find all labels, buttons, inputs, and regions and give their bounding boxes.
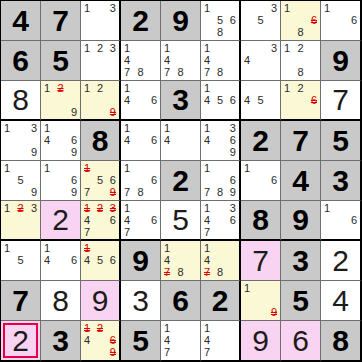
- candidate-9: [106, 27, 117, 39]
- candidate-grid: 14: [161, 121, 200, 160]
- candidate-7: 7: [203, 226, 214, 238]
- cell-r4c1[interactable]: 139: [1, 121, 41, 161]
- candidate-grid: 169: [41, 161, 80, 200]
- candidate-6: [26, 214, 38, 226]
- candidate-9: [226, 27, 237, 39]
- candidate-4: 4: [83, 214, 94, 226]
- cell-r9c1[interactable]: 2: [1, 321, 41, 361]
- candidate-1: 1: [83, 322, 94, 334]
- cell-r8c2[interactable]: 8: [41, 281, 81, 321]
- candidate-6: [66, 94, 78, 106]
- candidate-5: [94, 214, 105, 226]
- candidate-grid: 45: [241, 81, 280, 119]
- given-digit: 9: [292, 205, 309, 235]
- candidate-4: 4: [203, 254, 214, 266]
- candidate-8: [335, 27, 347, 39]
- candidate-6: 6: [226, 174, 237, 186]
- candidate-4: [3, 134, 15, 146]
- cell-r7c7[interactable]: 7: [241, 241, 281, 281]
- candidate-9: [266, 106, 278, 118]
- candidate-1: 1: [163, 242, 175, 254]
- candidate-4: [43, 94, 55, 106]
- candidate-8: [214, 226, 225, 238]
- candidate-2: 2: [94, 322, 105, 334]
- candidate-1: [243, 42, 255, 54]
- cell-r2c4[interactable]: 1478: [121, 41, 161, 81]
- candidate-7: [43, 106, 55, 118]
- cell-r6c2[interactable]: 2: [41, 201, 81, 241]
- candidate-4: 4: [123, 214, 135, 226]
- candidate-7: [163, 147, 175, 159]
- cell-r2c7[interactable]: 34: [241, 41, 281, 81]
- candidate-8: [94, 226, 105, 238]
- cell-r3c7[interactable]: 45: [241, 81, 281, 121]
- cell-r2c9[interactable]: 9: [321, 41, 361, 81]
- candidate-3: 3: [266, 2, 278, 14]
- candidate-5: [15, 214, 27, 226]
- candidate-6: 6: [346, 214, 358, 226]
- candidate-7: [123, 106, 135, 118]
- candidate-1: 1: [283, 42, 295, 54]
- candidate-1: 1: [283, 82, 295, 94]
- candidate-8: [94, 27, 105, 39]
- cell-r3c5[interactable]: 3: [161, 81, 201, 121]
- candidate-3: 3: [226, 202, 237, 214]
- candidate-8: 8: [214, 187, 225, 199]
- candidate-6: [266, 94, 278, 106]
- candidate-8: [255, 187, 267, 199]
- cell-r9c4[interactable]: 5: [121, 321, 161, 361]
- candidate-1: 1: [123, 202, 135, 214]
- candidate-8: [135, 226, 147, 238]
- candidate-2: [335, 202, 347, 214]
- cell-r9c9[interactable]: 8: [321, 321, 361, 361]
- cell-r2c8[interactable]: 128: [281, 41, 321, 81]
- given-digit: 7: [292, 126, 309, 156]
- cell-r9c7[interactable]: 9: [241, 321, 281, 361]
- cell-r6c5[interactable]: 5: [161, 201, 201, 241]
- candidate-5: 5: [15, 254, 27, 266]
- cell-r3c2[interactable]: 129: [41, 81, 81, 121]
- solved-digit: 4: [332, 286, 349, 316]
- candidate-7: [43, 267, 55, 279]
- candidate-2: [255, 2, 267, 14]
- candidate-9: 9: [66, 106, 78, 118]
- solved-digit: 2: [12, 326, 29, 356]
- cell-r1c7[interactable]: 35: [241, 1, 281, 41]
- candidate-3: [186, 242, 198, 254]
- cell-r8c7[interactable]: 19: [241, 281, 281, 321]
- cell-r9c8[interactable]: 6: [281, 321, 321, 361]
- given-digit: 6: [172, 286, 189, 316]
- candidate-6: [266, 54, 278, 66]
- candidate-3: [106, 242, 117, 254]
- solved-digit: 6: [292, 326, 309, 356]
- candidate-6: 6: [226, 94, 237, 106]
- candidate-5: [214, 334, 225, 346]
- candidate-grid: 13: [81, 1, 119, 40]
- cell-r7c6[interactable]: 1478: [201, 241, 241, 281]
- cell-r3c1[interactable]: 8: [1, 81, 41, 121]
- cell-r1c4[interactable]: 2: [121, 1, 161, 41]
- cell-r5c6[interactable]: 16789: [201, 161, 241, 201]
- cell-r5c7[interactable]: 16: [241, 161, 281, 201]
- candidate-6: [186, 134, 198, 146]
- cell-r7c8[interactable]: 3: [281, 241, 321, 281]
- cell-r6c4[interactable]: 1467: [121, 201, 161, 241]
- candidate-2: [214, 202, 225, 214]
- candidate-1: 1: [283, 2, 295, 14]
- candidate-grid: 16: [321, 1, 360, 40]
- candidate-2: [55, 242, 67, 254]
- cell-r8c9[interactable]: 4: [321, 281, 361, 321]
- candidate-6: [266, 294, 278, 306]
- cell-r9c3[interactable]: 12469: [81, 321, 121, 361]
- candidate-8: 8: [295, 27, 307, 39]
- cell-r3c3[interactable]: 129: [81, 81, 121, 121]
- candidate-4: 4: [43, 254, 55, 266]
- candidate-3: 3: [106, 2, 117, 14]
- cell-r1c3[interactable]: 13: [81, 1, 121, 41]
- cell-r1c2[interactable]: 7: [41, 1, 81, 41]
- candidate-8: [135, 147, 147, 159]
- cell-r4c6[interactable]: 13469: [201, 121, 241, 161]
- candidate-2: [214, 242, 225, 254]
- candidate-1: 1: [243, 282, 255, 294]
- candidate-8: [175, 147, 187, 159]
- candidate-4: [123, 174, 135, 186]
- candidate-9: [26, 267, 38, 279]
- candidate-2: 2: [94, 202, 105, 214]
- candidate-5: [94, 334, 105, 346]
- cell-r6c7[interactable]: 8: [241, 201, 281, 241]
- candidate-4: [283, 14, 295, 26]
- cell-r3c6[interactable]: 1456: [201, 81, 241, 121]
- cell-r5c9[interactable]: 3: [321, 161, 361, 201]
- candidate-3: [146, 82, 158, 94]
- candidate-1: 1: [123, 122, 135, 134]
- given-digit: 2: [172, 166, 189, 196]
- candidate-3: [346, 2, 358, 14]
- candidate-7: [3, 226, 15, 238]
- given-digit: 2: [252, 126, 269, 156]
- given-digit: 5: [332, 126, 349, 156]
- cell-r4c4[interactable]: 146: [121, 121, 161, 161]
- cell-r6c9[interactable]: 16: [321, 201, 361, 241]
- candidate-1: 1: [163, 122, 175, 134]
- candidate-6: 6: [66, 174, 78, 186]
- candidate-9: [146, 147, 158, 159]
- candidate-9: 9: [66, 147, 78, 159]
- candidate-1: 1: [203, 82, 214, 94]
- candidate-grid: 147: [201, 321, 239, 360]
- cell-r9c5[interactable]: 147: [161, 321, 201, 361]
- cell-r6c3[interactable]: 123467: [81, 201, 121, 241]
- candidate-9: 9: [266, 307, 278, 319]
- candidate-1: 1: [323, 202, 335, 214]
- candidate-grid: 168: [281, 1, 320, 40]
- candidate-3: 3: [26, 202, 38, 214]
- candidate-6: [106, 14, 117, 26]
- candidate-5: [55, 174, 67, 186]
- candidate-1: 1: [123, 162, 135, 174]
- candidate-5: 5: [15, 174, 27, 186]
- candidate-2: 2: [94, 82, 105, 94]
- candidate-7: [243, 106, 255, 118]
- cell-r7c3[interactable]: 1456: [81, 241, 121, 281]
- cell-r7c5[interactable]: 1478: [161, 241, 201, 281]
- candidate-grid: 35: [241, 1, 280, 40]
- candidate-1: 1: [3, 242, 15, 254]
- candidate-1: 1: [123, 42, 135, 54]
- candidate-grid: 147: [161, 321, 200, 360]
- candidate-4: 4: [83, 254, 94, 266]
- cell-r5c8[interactable]: 4: [281, 161, 321, 201]
- candidate-3: [66, 82, 78, 94]
- candidate-2: 2: [15, 202, 27, 214]
- candidate-grid: 129: [81, 81, 119, 119]
- candidate-3: 3: [26, 122, 38, 134]
- cell-r8c8[interactable]: 5: [281, 281, 321, 321]
- cell-r1c8[interactable]: 168: [281, 1, 321, 41]
- candidate-3: [106, 82, 117, 94]
- candidate-3: [306, 2, 318, 14]
- cell-r7c9[interactable]: 2: [321, 241, 361, 281]
- candidate-6: [186, 254, 198, 266]
- candidate-8: 8: [214, 267, 225, 279]
- candidate-3: [26, 162, 38, 174]
- given-digit: 9: [332, 46, 349, 76]
- candidate-1: 1: [203, 322, 214, 334]
- candidate-1: 1: [43, 82, 55, 94]
- candidate-8: [214, 147, 225, 159]
- cell-r5c2[interactable]: 169: [41, 161, 81, 201]
- cell-r9c6[interactable]: 147: [201, 321, 241, 361]
- candidate-4: 4: [243, 94, 255, 106]
- cell-r4c9[interactable]: 5: [321, 121, 361, 161]
- candidate-3: [146, 42, 158, 54]
- candidate-2: [175, 242, 187, 254]
- candidate-5: [295, 14, 307, 26]
- candidate-grid: 16: [241, 161, 280, 200]
- candidate-3: [266, 162, 278, 174]
- candidate-9: [226, 106, 237, 118]
- candidate-9: [186, 147, 198, 159]
- candidate-3: [266, 82, 278, 94]
- cell-r6c6[interactable]: 13467: [201, 201, 241, 241]
- cell-r1c1[interactable]: 4: [1, 1, 41, 41]
- candidate-8: [15, 147, 27, 159]
- candidate-2: [255, 282, 267, 294]
- candidate-6: 6: [146, 174, 158, 186]
- candidate-5: [94, 14, 105, 26]
- candidate-1: 1: [83, 202, 94, 214]
- candidate-grid: 1478: [201, 41, 239, 80]
- candidate-6: 6: [146, 214, 158, 226]
- candidate-5: [295, 94, 307, 106]
- candidate-6: [226, 334, 237, 346]
- candidate-5: [55, 254, 67, 266]
- candidate-6: 6: [226, 214, 237, 226]
- candidate-7: [43, 147, 55, 159]
- candidate-8: [335, 226, 347, 238]
- cell-r8c1[interactable]: 7: [1, 281, 41, 321]
- candidate-7: 7: [163, 347, 175, 359]
- given-digit: 4: [292, 166, 309, 196]
- cell-r9c2[interactable]: 3: [41, 321, 81, 361]
- candidate-8: [214, 106, 225, 118]
- candidate-5: [135, 174, 147, 186]
- candidate-grid: 123: [81, 41, 119, 80]
- given-digit: 8: [332, 326, 349, 356]
- candidate-5: [135, 54, 147, 66]
- candidate-4: 4: [203, 334, 214, 346]
- candidate-4: 4: [83, 334, 94, 346]
- cell-r5c5[interactable]: 2: [161, 161, 201, 201]
- cell-r7c2[interactable]: 146: [41, 241, 81, 281]
- candidate-6: [146, 54, 158, 66]
- candidate-7: 7: [123, 187, 135, 199]
- candidate-6: 6: [266, 174, 278, 186]
- candidate-3: [226, 242, 237, 254]
- given-digit: 3: [52, 326, 69, 356]
- candidate-2: [255, 82, 267, 94]
- candidate-9: [306, 67, 318, 79]
- cell-r6c8[interactable]: 9: [281, 201, 321, 241]
- cell-r8c4[interactable]: 3: [121, 281, 161, 321]
- candidate-8: [295, 106, 307, 118]
- candidate-2: [94, 242, 105, 254]
- candidate-grid: 13469: [201, 121, 239, 160]
- candidate-7: [3, 147, 15, 159]
- cell-r5c1[interactable]: 159: [1, 161, 41, 201]
- candidate-6: [26, 134, 38, 146]
- cell-r3c9[interactable]: 7: [321, 81, 361, 121]
- cell-r4c8[interactable]: 7: [281, 121, 321, 161]
- candidate-2: [135, 122, 147, 134]
- candidate-grid: 13467: [201, 201, 239, 239]
- given-digit: 9: [172, 6, 189, 36]
- given-digit: 3: [292, 246, 309, 276]
- candidate-9: [226, 67, 237, 79]
- candidate-2: [335, 2, 347, 14]
- cell-r8c5[interactable]: 6: [161, 281, 201, 321]
- candidate-1: 1: [83, 162, 94, 174]
- candidate-6: [266, 14, 278, 26]
- cell-r2c3[interactable]: 123: [81, 41, 121, 81]
- cell-r3c8[interactable]: 126: [281, 81, 321, 121]
- candidate-8: [255, 307, 267, 319]
- candidate-7: [83, 267, 94, 279]
- candidate-6: 6: [306, 14, 318, 26]
- candidate-7: [203, 147, 214, 159]
- candidate-3: [146, 122, 158, 134]
- candidate-9: [106, 226, 117, 238]
- cell-r7c1[interactable]: 15: [1, 241, 41, 281]
- cell-r4c7[interactable]: 2: [241, 121, 281, 161]
- cell-r7c4[interactable]: 9: [121, 241, 161, 281]
- candidate-4: 4: [203, 134, 214, 146]
- cell-r1c6[interactable]: 1568: [201, 1, 241, 41]
- candidate-1: 1: [203, 162, 214, 174]
- candidate-grid: 1478: [201, 241, 239, 280]
- solved-digit: 9: [92, 286, 109, 316]
- candidate-7: [243, 187, 255, 199]
- candidate-2: 2: [295, 82, 307, 94]
- candidate-5: [255, 174, 267, 186]
- cell-r5c3[interactable]: 15679: [81, 161, 121, 201]
- candidate-9: [26, 226, 38, 238]
- candidate-6: 6: [146, 94, 158, 106]
- cell-r2c1[interactable]: 6: [1, 41, 41, 81]
- cell-r3c4[interactable]: 146: [121, 81, 161, 121]
- candidate-grid: 12469: [81, 321, 119, 360]
- candidate-6: [186, 54, 198, 66]
- candidate-grid: 15: [1, 241, 40, 280]
- candidate-5: [135, 94, 147, 106]
- candidate-6: 6: [146, 134, 158, 146]
- given-digit: 2: [132, 6, 149, 36]
- candidate-5: [214, 254, 225, 266]
- candidate-9: [226, 226, 237, 238]
- cell-r4c2[interactable]: 1469: [41, 121, 81, 161]
- cell-r2c5[interactable]: 1478: [161, 41, 201, 81]
- cell-r4c5[interactable]: 14: [161, 121, 201, 161]
- candidate-6: [306, 54, 318, 66]
- candidate-2: [55, 122, 67, 134]
- candidate-7: [83, 67, 94, 79]
- candidate-8: [255, 27, 267, 39]
- candidate-2: [214, 42, 225, 54]
- candidate-8: [15, 267, 27, 279]
- given-digit: 6: [12, 46, 29, 76]
- candidate-8: 8: [214, 27, 225, 39]
- candidate-1: 1: [163, 42, 175, 54]
- solved-digit: 9: [252, 326, 269, 356]
- given-digit: 7: [52, 6, 69, 36]
- candidate-4: [83, 174, 94, 186]
- candidate-9: [106, 267, 117, 279]
- cell-r4c3[interactable]: 8: [81, 121, 121, 161]
- candidate-6: 6: [226, 14, 237, 26]
- candidate-grid: 159: [1, 161, 40, 200]
- candidate-2: 2: [55, 82, 67, 94]
- candidate-7: 7: [163, 267, 175, 279]
- candidate-1: 1: [83, 82, 94, 94]
- cell-r5c4[interactable]: 1678: [121, 161, 161, 201]
- candidate-9: [106, 67, 117, 79]
- candidate-1: 1: [203, 2, 214, 14]
- cell-r8c6[interactable]: 2: [201, 281, 241, 321]
- candidate-6: [106, 54, 117, 66]
- cell-r1c9[interactable]: 16: [321, 1, 361, 41]
- candidate-1: 1: [123, 82, 135, 94]
- candidate-6: 6: [66, 254, 78, 266]
- cell-r1c5[interactable]: 9: [161, 1, 201, 41]
- candidate-4: 4: [163, 334, 175, 346]
- candidate-6: 6: [226, 134, 237, 146]
- candidate-7: [243, 27, 255, 39]
- candidate-9: 9: [106, 106, 117, 118]
- candidate-6: [186, 334, 198, 346]
- cell-r2c2[interactable]: 5: [41, 41, 81, 81]
- cell-r2c6[interactable]: 1478: [201, 41, 241, 81]
- candidate-2: [135, 162, 147, 174]
- candidate-9: [186, 67, 198, 79]
- candidate-grid: 15679: [81, 161, 119, 200]
- cell-r8c3[interactable]: 9: [81, 281, 121, 321]
- cell-r6c1[interactable]: 123: [1, 201, 41, 241]
